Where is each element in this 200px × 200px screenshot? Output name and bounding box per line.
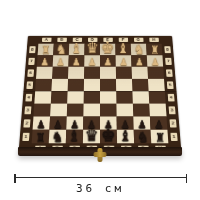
piece-white-bishop: ♝	[118, 42, 130, 56]
square-e5	[100, 79, 116, 91]
square-e7: ♟	[100, 55, 116, 67]
square-h5	[148, 79, 165, 91]
piece-black-rook: ♜	[155, 132, 165, 144]
square-g2: ♟	[133, 116, 150, 129]
square-d3	[83, 104, 100, 117]
piece-white-king: ♚	[101, 40, 114, 55]
piece-black-bishop: ♝	[119, 129, 132, 144]
square-a1: ♜	[32, 130, 50, 144]
square-e3	[100, 104, 117, 117]
square-g5	[132, 79, 149, 91]
piece-white-pawn: ♟	[151, 57, 160, 67]
piece-black-pawn: ♟	[154, 119, 163, 130]
square-h4	[149, 91, 166, 104]
coord-label: 5	[26, 81, 33, 88]
coord-label: 2	[23, 119, 30, 127]
square-g3	[133, 104, 150, 117]
piece-white-queen: ♛	[86, 41, 98, 56]
square-b1: ♞	[49, 130, 67, 144]
piece-black-bishop: ♝	[68, 129, 81, 144]
square-d7: ♟	[84, 55, 100, 67]
square-a2: ♟	[33, 116, 51, 129]
coord-label: 4	[168, 93, 175, 101]
dimension-label: 36 см	[0, 182, 200, 195]
square-h2: ♟	[150, 116, 168, 129]
square-e8: ♚	[100, 44, 116, 55]
square-b6	[52, 67, 68, 79]
square-c6	[68, 67, 84, 79]
square-g1: ♞	[134, 130, 152, 144]
square-b5	[51, 79, 68, 91]
piece-white-pawn: ♟	[119, 57, 128, 67]
piece-black-knight: ♞	[51, 130, 63, 144]
piece-white-knight: ♞	[133, 43, 144, 56]
square-g6	[132, 67, 148, 79]
coord-label: 8	[164, 46, 171, 53]
coord-label: H	[149, 38, 159, 42]
square-f5	[116, 79, 132, 91]
square-e4	[100, 91, 116, 104]
square-c1: ♝	[66, 130, 83, 144]
piece-black-queen: ♛	[85, 128, 99, 144]
piece-white-rook: ♜	[150, 45, 159, 56]
piece-white-bishop: ♝	[71, 42, 83, 56]
brass-clasp-icon	[98, 148, 103, 162]
square-d6	[84, 67, 100, 79]
piece-white-pawn: ♟	[40, 57, 49, 67]
coord-label: 1	[170, 132, 177, 140]
piece-white-pawn: ♟	[56, 57, 65, 67]
square-c4	[67, 91, 84, 104]
square-a5	[35, 79, 52, 91]
square-c8: ♝	[69, 44, 85, 55]
square-h7: ♟	[147, 55, 163, 67]
board-grid: ♜♞♝♛♚♝♞♜♟♟♟♟♟♟♟♟♟♟♟♟♟♟♟♟♜♞♝♛♚♝♞♜	[32, 44, 169, 144]
square-d1: ♛	[83, 130, 100, 144]
piece-black-king: ♚	[101, 127, 115, 144]
coord-label: 6	[27, 69, 34, 76]
square-b4	[51, 91, 68, 104]
square-h1: ♜	[151, 130, 169, 144]
square-f1: ♝	[117, 130, 134, 144]
piece-black-pawn: ♟	[36, 119, 45, 130]
square-a4	[34, 91, 51, 104]
coord-label: 6	[166, 69, 173, 76]
piece-white-pawn: ♟	[88, 57, 97, 67]
piece-white-pawn: ♟	[104, 57, 113, 67]
square-c5	[68, 79, 84, 91]
square-f6	[116, 67, 132, 79]
piece-black-knight: ♞	[137, 130, 149, 144]
coord-label: 3	[169, 106, 176, 114]
square-a6	[36, 67, 53, 79]
square-b8: ♞	[53, 44, 69, 55]
square-f4	[116, 91, 133, 104]
coord-label: 7	[165, 57, 172, 64]
square-a3	[33, 104, 50, 117]
piece-white-pawn: ♟	[135, 57, 144, 67]
square-a7: ♟	[37, 55, 53, 67]
square-h8: ♜	[146, 44, 162, 55]
square-g4	[132, 91, 149, 104]
square-e1: ♚	[100, 130, 117, 144]
chessboard: ABCDEFGH ABCDEFGH 87654321 87654321 ♜♞♝♛…	[18, 36, 181, 154]
coord-label: 2	[169, 119, 176, 127]
piece-black-rook: ♜	[35, 132, 45, 144]
square-h6	[147, 67, 164, 79]
coord-label: 3	[24, 106, 31, 114]
coord-label: 1	[22, 132, 29, 140]
dimension-line	[14, 177, 187, 178]
square-c3	[67, 104, 84, 117]
square-h3	[149, 104, 166, 117]
square-f8: ♝	[115, 44, 131, 55]
coord-label: 7	[28, 57, 35, 64]
square-f3	[116, 104, 133, 117]
piece-white-knight: ♞	[56, 43, 67, 56]
square-d8: ♛	[84, 44, 100, 55]
square-g8: ♞	[131, 44, 147, 55]
product-photo: ABCDEFGH ABCDEFGH 87654321 87654321 ♜♞♝♛…	[0, 0, 200, 200]
piece-white-rook: ♜	[41, 45, 50, 56]
square-c7: ♟	[68, 55, 84, 67]
square-b3	[50, 104, 67, 117]
square-f7: ♟	[116, 55, 132, 67]
coord-label: 4	[25, 93, 32, 101]
coord-label: 5	[167, 81, 174, 88]
coord-label: 8	[29, 46, 36, 53]
square-d4	[84, 91, 100, 104]
square-d5	[84, 79, 100, 91]
coord-label: A	[42, 38, 52, 42]
square-g7: ♟	[131, 55, 147, 67]
square-b2: ♟	[49, 116, 66, 129]
square-b7: ♟	[53, 55, 69, 67]
square-a8: ♜	[38, 44, 54, 55]
piece-white-pawn: ♟	[72, 57, 81, 67]
square-e6	[100, 67, 116, 79]
